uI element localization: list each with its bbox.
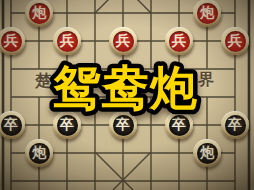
- xiangqi-board: 楚河汉界 炮炮兵兵兵兵兵卒卒卒卒炮卒炮 鸳鸯炮: [0, 0, 254, 190]
- overlay-title: 鸳鸯炮: [53, 60, 198, 115]
- overlay-title-svg: 鸳鸯炮: [0, 0, 254, 190]
